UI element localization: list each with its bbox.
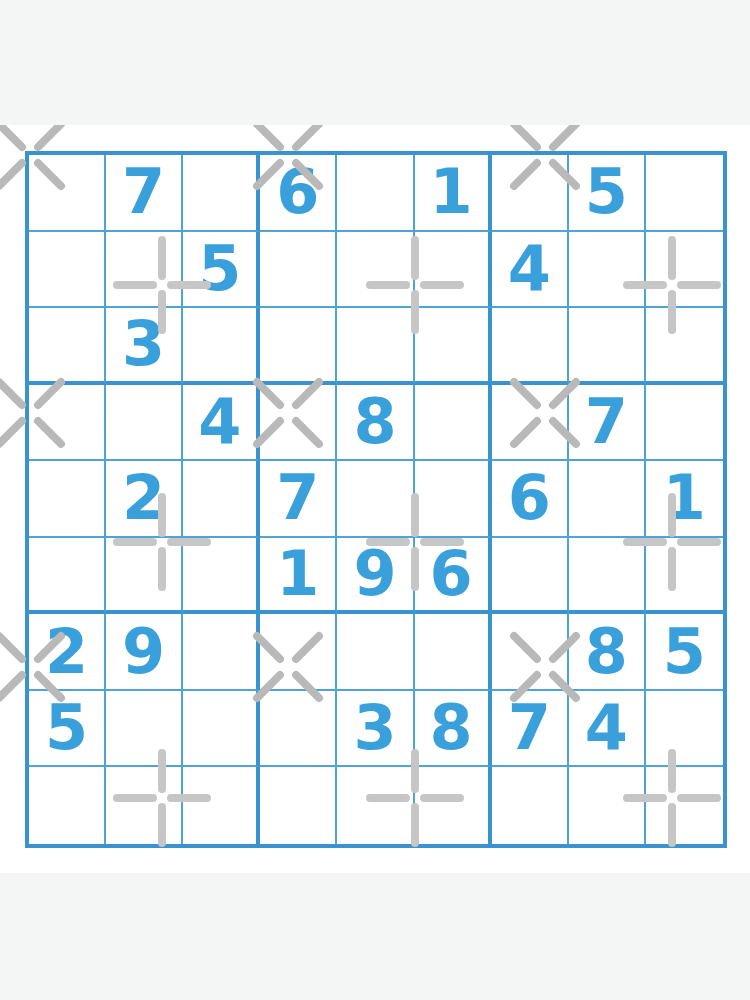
sudoku-cell[interactable] bbox=[260, 385, 337, 462]
sudoku-cell[interactable]: 9 bbox=[106, 614, 183, 691]
sudoku-cell[interactable] bbox=[492, 155, 569, 232]
sudoku-cell[interactable] bbox=[106, 538, 183, 615]
sudoku-cell[interactable] bbox=[415, 385, 492, 462]
sudoku-cell[interactable]: 8 bbox=[415, 691, 492, 768]
sudoku-cell[interactable] bbox=[492, 308, 569, 385]
sudoku-cell[interactable]: 7 bbox=[106, 155, 183, 232]
top-margin-band bbox=[0, 0, 750, 125]
sudoku-cell[interactable] bbox=[569, 308, 646, 385]
sudoku-cell[interactable] bbox=[569, 461, 646, 538]
sudoku-cell[interactable] bbox=[337, 614, 414, 691]
sudoku-cell[interactable] bbox=[29, 767, 106, 844]
sudoku-cell[interactable] bbox=[492, 767, 569, 844]
sudoku-cell[interactable]: 5 bbox=[29, 691, 106, 768]
sudoku-cell[interactable] bbox=[183, 538, 260, 615]
sudoku-cell[interactable]: 2 bbox=[106, 461, 183, 538]
sudoku-cell[interactable] bbox=[106, 232, 183, 309]
sudoku-cell[interactable]: 8 bbox=[337, 385, 414, 462]
sudoku-cell[interactable]: 4 bbox=[492, 232, 569, 309]
sudoku-cell[interactable]: 2 bbox=[29, 614, 106, 691]
sudoku-cell[interactable] bbox=[183, 691, 260, 768]
sudoku-cell[interactable] bbox=[415, 308, 492, 385]
sudoku-cell[interactable] bbox=[106, 385, 183, 462]
sudoku-cell[interactable]: 9 bbox=[337, 538, 414, 615]
sudoku-cell[interactable] bbox=[183, 614, 260, 691]
sudoku-cell[interactable] bbox=[569, 767, 646, 844]
sudoku-cell[interactable] bbox=[646, 385, 723, 462]
artwork-area: 76155434872761196298553874 bbox=[0, 125, 750, 873]
sudoku-cell[interactable] bbox=[337, 767, 414, 844]
sudoku-cell[interactable] bbox=[337, 155, 414, 232]
sudoku-cell[interactable]: 1 bbox=[646, 461, 723, 538]
sudoku-cell[interactable] bbox=[183, 155, 260, 232]
sudoku-cell[interactable]: 5 bbox=[183, 232, 260, 309]
sudoku-cell[interactable]: 5 bbox=[646, 614, 723, 691]
sudoku-cell[interactable] bbox=[183, 308, 260, 385]
sudoku-cell[interactable]: 3 bbox=[106, 308, 183, 385]
sudoku-cell[interactable] bbox=[260, 308, 337, 385]
sudoku-cell[interactable]: 4 bbox=[569, 691, 646, 768]
sudoku-cell[interactable]: 8 bbox=[569, 614, 646, 691]
sudoku-board: 76155434872761196298553874 bbox=[25, 151, 727, 848]
sudoku-cell[interactable] bbox=[29, 461, 106, 538]
sudoku-cell[interactable]: 1 bbox=[260, 538, 337, 615]
sudoku-cell[interactable] bbox=[106, 767, 183, 844]
sudoku-cell[interactable]: 6 bbox=[415, 538, 492, 615]
sudoku-cell[interactable] bbox=[183, 767, 260, 844]
sudoku-cell[interactable] bbox=[337, 308, 414, 385]
sudoku-cell[interactable] bbox=[29, 538, 106, 615]
sudoku-cell[interactable] bbox=[29, 385, 106, 462]
sudoku-cell[interactable] bbox=[260, 767, 337, 844]
sudoku-cell[interactable]: 6 bbox=[492, 461, 569, 538]
sudoku-cell[interactable] bbox=[569, 232, 646, 309]
sudoku-cell[interactable] bbox=[646, 155, 723, 232]
sudoku-cell[interactable] bbox=[337, 232, 414, 309]
sudoku-cell[interactable] bbox=[337, 461, 414, 538]
sudoku-cell[interactable] bbox=[183, 461, 260, 538]
sudoku-cell[interactable]: 7 bbox=[260, 461, 337, 538]
sudoku-cell[interactable]: 7 bbox=[569, 385, 646, 462]
sudoku-cell[interactable] bbox=[569, 538, 646, 615]
sudoku-cell[interactable]: 5 bbox=[569, 155, 646, 232]
sudoku-cell[interactable] bbox=[492, 614, 569, 691]
sudoku-cell[interactable] bbox=[646, 767, 723, 844]
product-preview: 76155434872761196298553874 bbox=[0, 0, 750, 1000]
sudoku-cell[interactable] bbox=[646, 691, 723, 768]
sudoku-cell[interactable]: 3 bbox=[337, 691, 414, 768]
sudoku-cell[interactable] bbox=[415, 461, 492, 538]
sudoku-cell[interactable] bbox=[106, 691, 183, 768]
sudoku-cell[interactable] bbox=[492, 538, 569, 615]
sudoku-cell[interactable] bbox=[415, 614, 492, 691]
sudoku-cell[interactable] bbox=[646, 232, 723, 309]
sudoku-cell[interactable]: 1 bbox=[415, 155, 492, 232]
sudoku-cell[interactable]: 7 bbox=[492, 691, 569, 768]
sudoku-cell[interactable] bbox=[29, 308, 106, 385]
sudoku-cell[interactable] bbox=[646, 538, 723, 615]
sudoku-cell[interactable] bbox=[492, 385, 569, 462]
sudoku-cell[interactable] bbox=[29, 155, 106, 232]
sudoku-cell[interactable] bbox=[260, 232, 337, 309]
sudoku-cell[interactable] bbox=[646, 308, 723, 385]
sudoku-cell[interactable] bbox=[260, 691, 337, 768]
sudoku-cell[interactable] bbox=[415, 232, 492, 309]
sudoku-cell[interactable]: 4 bbox=[183, 385, 260, 462]
sudoku-cell[interactable] bbox=[415, 767, 492, 844]
sudoku-cell[interactable] bbox=[260, 614, 337, 691]
bottom-margin-band bbox=[0, 873, 750, 1000]
sudoku-cell[interactable]: 6 bbox=[260, 155, 337, 232]
sudoku-cell[interactable] bbox=[29, 232, 106, 309]
